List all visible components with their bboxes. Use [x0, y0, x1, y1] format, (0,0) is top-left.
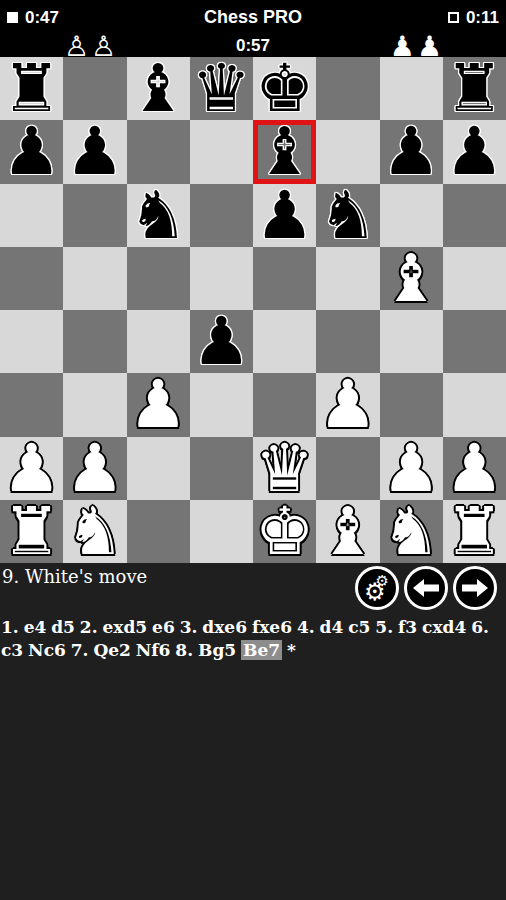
- square-f5[interactable]: [316, 247, 379, 310]
- square-c1[interactable]: [127, 500, 190, 563]
- square-f2[interactable]: [316, 437, 379, 500]
- captured-by-white-tray: ♟♟: [390, 35, 442, 57]
- square-d5[interactable]: [190, 247, 253, 310]
- square-f3[interactable]: ♟: [316, 373, 379, 436]
- square-e8[interactable]: ♚: [253, 57, 316, 120]
- black-pawn-icon: ♟: [390, 37, 415, 57]
- piece-white-rook: ♜: [445, 500, 504, 563]
- square-f7[interactable]: [316, 120, 379, 183]
- square-a5[interactable]: [0, 247, 63, 310]
- square-a6[interactable]: [0, 184, 63, 247]
- right-arrow-icon: [462, 579, 488, 597]
- piece-black-king: ♚: [255, 57, 314, 120]
- piece-black-bishop: ♝: [255, 120, 314, 183]
- square-a1[interactable]: ♜: [0, 500, 63, 563]
- square-g3[interactable]: [380, 373, 443, 436]
- piece-black-pawn: ♟: [445, 120, 504, 183]
- square-h5[interactable]: [443, 247, 506, 310]
- bottom-panel: 9. White's move ⚙ ⚙ 1. e4 d5 2. exd5 e6 …: [0, 563, 506, 900]
- square-f8[interactable]: [316, 57, 379, 120]
- square-h2[interactable]: ♟: [443, 437, 506, 500]
- black-pawn-icon: ♟: [417, 37, 442, 57]
- square-d7[interactable]: [190, 120, 253, 183]
- gear-icon: ⚙: [376, 574, 389, 589]
- piece-black-pawn: ♟: [192, 310, 251, 373]
- piece-white-queen: ♛: [255, 437, 314, 500]
- piece-white-king: ♚: [255, 500, 314, 563]
- square-b2[interactable]: ♟: [63, 437, 126, 500]
- square-d3[interactable]: [190, 373, 253, 436]
- square-g8[interactable]: [380, 57, 443, 120]
- control-buttons: ⚙ ⚙: [355, 566, 497, 610]
- square-h4[interactable]: [443, 310, 506, 373]
- square-g6[interactable]: [380, 184, 443, 247]
- square-a3[interactable]: [0, 373, 63, 436]
- piece-white-pawn: ♟: [445, 437, 504, 500]
- piece-white-pawn: ♟: [2, 437, 61, 500]
- chess-board: ♜♝♛♚♜♟♟♝♟♟♞♟♞♝♟♟♟♟♟♛♟♟♜♞♚♝♞♜: [0, 57, 506, 563]
- square-a2[interactable]: ♟: [0, 437, 63, 500]
- square-b4[interactable]: [63, 310, 126, 373]
- piece-black-knight: ♞: [318, 184, 377, 247]
- square-d2[interactable]: [190, 437, 253, 500]
- piece-white-rook: ♜: [2, 500, 61, 563]
- piece-white-knight: ♞: [382, 500, 441, 563]
- square-d1[interactable]: [190, 500, 253, 563]
- piece-black-rook: ♜: [445, 57, 504, 120]
- square-e6[interactable]: ♟: [253, 184, 316, 247]
- square-f6[interactable]: ♞: [316, 184, 379, 247]
- square-b7[interactable]: ♟: [63, 120, 126, 183]
- current-move: Be7: [241, 640, 282, 660]
- settings-button[interactable]: ⚙ ⚙: [355, 566, 399, 610]
- square-a4[interactable]: [0, 310, 63, 373]
- square-b6[interactable]: [63, 184, 126, 247]
- square-d8[interactable]: ♛: [190, 57, 253, 120]
- square-e4[interactable]: [253, 310, 316, 373]
- piece-black-bishop: ♝: [129, 57, 188, 120]
- square-c5[interactable]: [127, 247, 190, 310]
- square-c6[interactable]: ♞: [127, 184, 190, 247]
- square-e2[interactable]: ♛: [253, 437, 316, 500]
- square-f1[interactable]: ♝: [316, 500, 379, 563]
- prev-move-button[interactable]: [404, 566, 448, 610]
- square-c2[interactable]: [127, 437, 190, 500]
- square-d4[interactable]: ♟: [190, 310, 253, 373]
- square-e3[interactable]: [253, 373, 316, 436]
- piece-white-bishop: ♝: [382, 247, 441, 310]
- left-arrow-icon: [413, 579, 439, 597]
- square-e5[interactable]: [253, 247, 316, 310]
- piece-white-knight: ♞: [65, 500, 124, 563]
- piece-black-pawn: ♟: [255, 184, 314, 247]
- square-g1[interactable]: ♞: [380, 500, 443, 563]
- next-move-button[interactable]: [453, 566, 497, 610]
- square-c3[interactable]: ♟: [127, 373, 190, 436]
- square-c4[interactable]: [127, 310, 190, 373]
- piece-white-bishop: ♝: [318, 500, 377, 563]
- piece-black-pawn: ♟: [382, 120, 441, 183]
- square-b3[interactable]: [63, 373, 126, 436]
- square-h7[interactable]: ♟: [443, 120, 506, 183]
- square-c8[interactable]: ♝: [127, 57, 190, 120]
- piece-black-knight: ♞: [129, 184, 188, 247]
- piece-black-queen: ♛: [192, 57, 251, 120]
- piece-white-pawn: ♟: [65, 437, 124, 500]
- square-b8[interactable]: [63, 57, 126, 120]
- square-f4[interactable]: [316, 310, 379, 373]
- piece-white-pawn: ♟: [318, 373, 377, 436]
- piece-black-pawn: ♟: [65, 120, 124, 183]
- square-b5[interactable]: [63, 247, 126, 310]
- move-list: 1. e4 d5 2. exd5 e6 3. dxe6 fxe6 4. d4 c…: [0, 616, 506, 662]
- square-g4[interactable]: [380, 310, 443, 373]
- square-h3[interactable]: [443, 373, 506, 436]
- sub-bar: ♙♙ 0:57 ♟♟: [0, 35, 506, 57]
- piece-black-rook: ♜: [2, 57, 61, 120]
- square-h1[interactable]: ♜: [443, 500, 506, 563]
- square-g2[interactable]: ♟: [380, 437, 443, 500]
- piece-white-pawn: ♟: [382, 437, 441, 500]
- moves-after: *: [282, 640, 296, 660]
- square-h8[interactable]: ♜: [443, 57, 506, 120]
- square-a7[interactable]: ♟: [0, 120, 63, 183]
- app-title: Chess PRO: [0, 7, 506, 28]
- square-b1[interactable]: ♞: [63, 500, 126, 563]
- square-e1[interactable]: ♚: [253, 500, 316, 563]
- square-a8[interactable]: ♜: [0, 57, 63, 120]
- piece-white-pawn: ♟: [129, 373, 188, 436]
- square-e7[interactable]: ♝: [253, 120, 316, 183]
- piece-black-pawn: ♟: [2, 120, 61, 183]
- square-h6[interactable]: [443, 184, 506, 247]
- square-g5[interactable]: ♝: [380, 247, 443, 310]
- square-g7[interactable]: ♟: [380, 120, 443, 183]
- square-d6[interactable]: [190, 184, 253, 247]
- square-c7[interactable]: [127, 120, 190, 183]
